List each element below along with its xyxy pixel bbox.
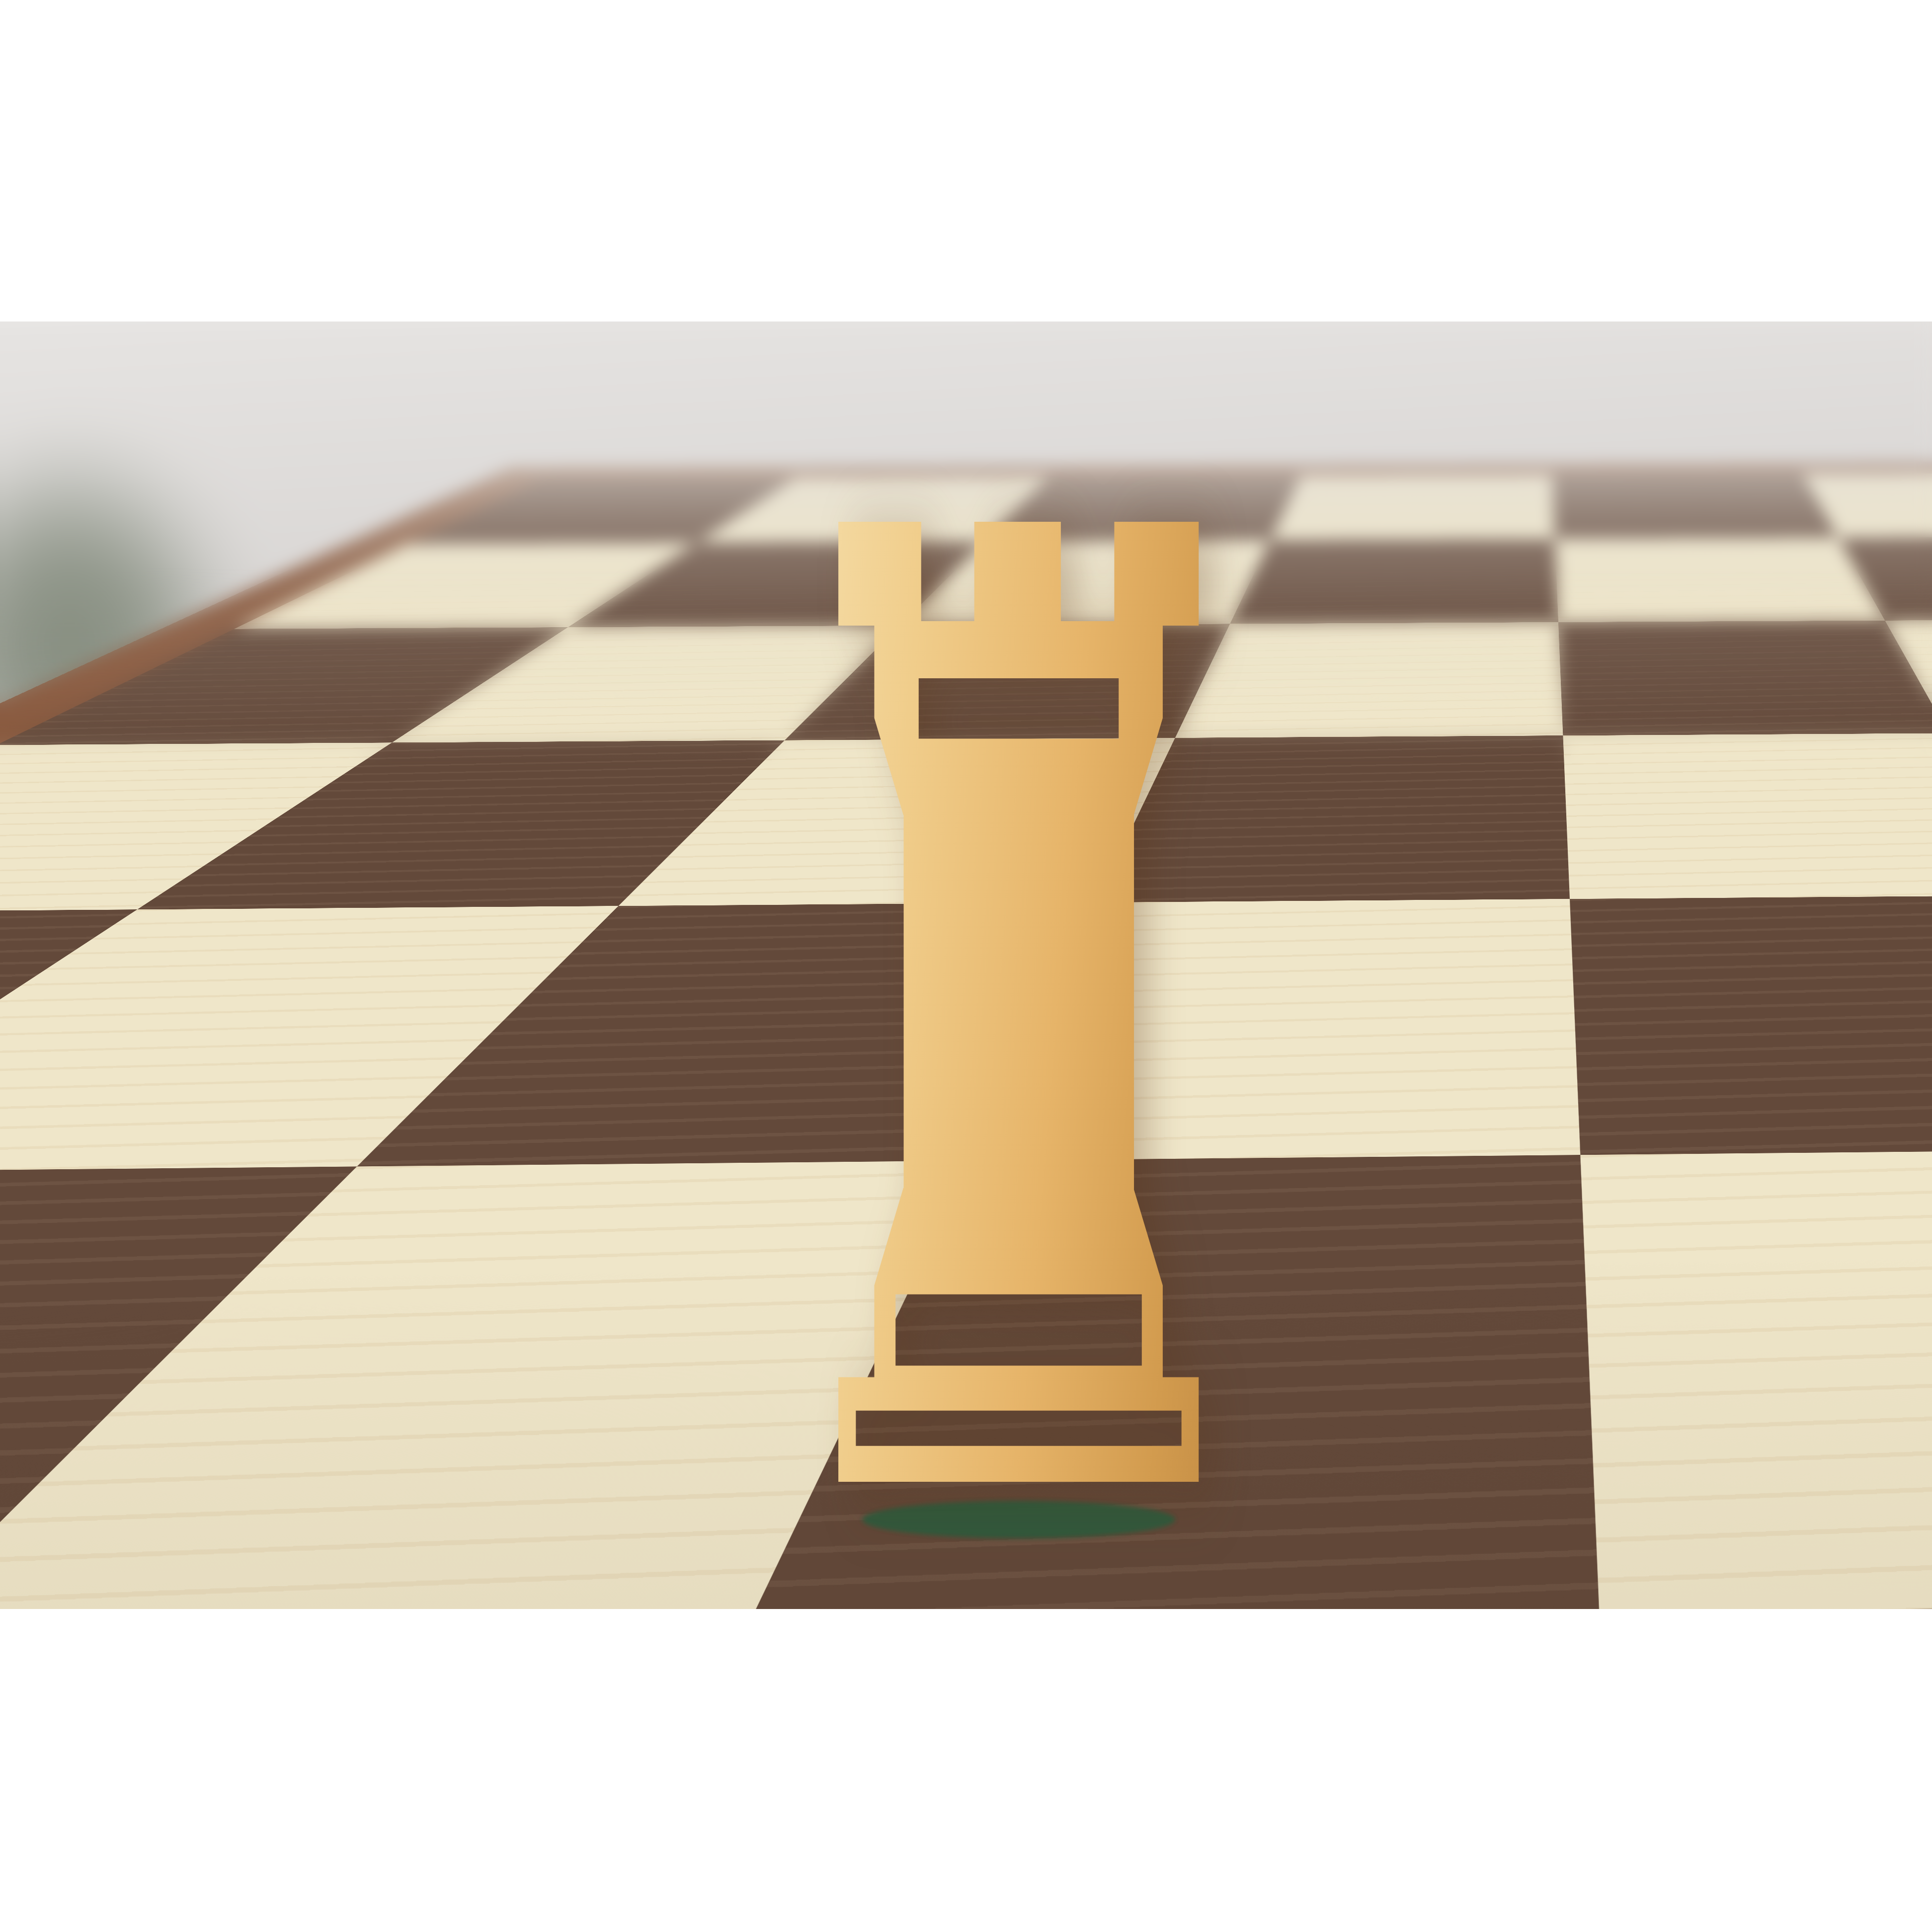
white-matte-bottom <box>0 1609 1932 1932</box>
white-matte-top <box>0 0 1932 322</box>
white-rook-piece: ♜ <box>770 552 1267 1545</box>
photo-area: ♜ <box>0 322 1932 1609</box>
white-rook-glyph: ♜ <box>732 369 1306 1610</box>
